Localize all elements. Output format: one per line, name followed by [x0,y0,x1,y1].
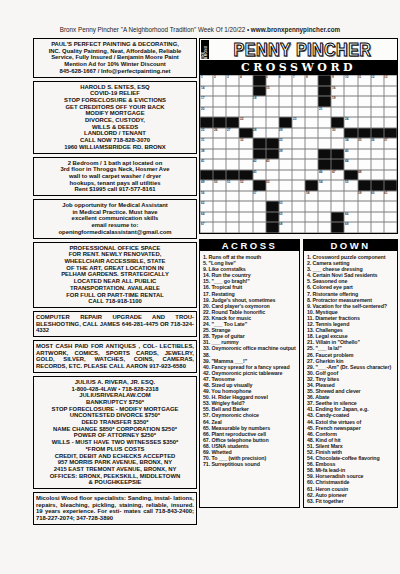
grid-cell[interactable] [305,159,318,170]
grid-cell[interactable]: 48 [358,170,371,181]
down-header: DOWN [304,240,397,251]
grid-cell[interactable] [239,201,252,212]
grid-cell[interactable] [371,117,384,128]
grid-cell[interactable] [239,159,252,170]
grid-cell[interactable]: 40 [344,149,357,160]
ad-line: JULIUSRIVERALAW.COM [36,392,194,399]
grid-cell[interactable] [318,201,331,212]
cell-number: 26 [214,128,217,132]
grid-cell[interactable]: 12 [371,75,384,86]
grid-cell[interactable] [226,96,239,107]
grid-cell[interactable] [226,149,239,160]
down-clue: 9. Vacation for the self-centered? [307,303,395,309]
cell-number: 23 [293,117,296,121]
grid-cell[interactable] [371,222,384,233]
grid-cell[interactable] [292,149,305,160]
grid-cell[interactable]: 56 [200,191,213,202]
grid-cell[interactable] [371,159,384,170]
masthead-text: Bronx Penny Pincher "A Neighborhood Trad… [60,26,251,33]
cell-number: 39 [279,149,282,153]
grid-cell[interactable] [384,159,397,170]
page-content: PAUL'S PERFECT PAINTING & DECORATING,INC… [0,38,400,528]
cell-number: 51 [227,180,230,184]
ad-line: 3rd floor in Throggs Neck, Hosmer Ave [36,166,194,173]
black-square [344,170,357,181]
grid-cell[interactable]: 22 [239,117,252,128]
grid-cell[interactable]: 18 [253,96,266,107]
grid-cell[interactable] [344,86,357,97]
grid-cell[interactable] [318,138,331,149]
cell-number: 4 [240,75,242,79]
grid-cell[interactable]: 25 [200,128,213,139]
cell-number: 57 [253,191,256,195]
grid-cell[interactable] [305,149,318,160]
ad-line: PAUL'S PERFECT PAINTING & DECORATING, [36,41,194,48]
grid-cell[interactable] [292,212,305,223]
ad-line: NAME CHANGE $850* CORPORATION $250* [36,426,194,433]
grid-cell[interactable] [213,222,226,233]
grid-cell[interactable]: 47 [331,170,344,181]
black-square [266,149,279,160]
grid-cell[interactable]: 55 [344,180,357,191]
grid-cell[interactable] [358,159,371,170]
cell-number: 8 [306,75,308,79]
cell-number: 58 [306,191,309,195]
grid-cell[interactable]: 33 [279,138,292,149]
cell-number: 21 [319,107,322,111]
grid-cell[interactable]: 27 [226,128,239,139]
grid-cell[interactable] [371,212,384,223]
cell-number: 35 [358,138,361,142]
ad-line: in Medical Practice. Must have [36,209,194,216]
grid-cell[interactable] [226,201,239,212]
cell-number: 17 [201,96,204,100]
down-column: DOWN 1. Crossword puzzle component2. Cam… [303,239,398,508]
grid-cell[interactable]: 30 [331,128,344,139]
black-square [318,159,331,170]
grid-cell[interactable] [239,212,252,223]
grid-cell[interactable] [226,159,239,170]
grid-cell[interactable] [279,96,292,107]
ad-line: openingformedicalassistant@gmail.com [36,229,194,236]
logo-edition-strip: THE BRONX [201,40,209,59]
grid-cell[interactable] [358,149,371,160]
cell-number: 59 [358,191,361,195]
grid-cell[interactable]: 38 [200,149,213,160]
grid-cell[interactable]: 36 [371,138,384,149]
grid-cell[interactable] [266,107,279,118]
grid-cell[interactable]: 58 [305,191,318,202]
classified-ad: PAUL'S PERFECT PAINTING & DECORATING,INC… [33,38,197,78]
grid-cell[interactable] [358,212,371,223]
classified-ad: Micolosi Wood floor specialists: Sanding… [33,492,197,525]
grid-cell[interactable] [331,138,344,149]
ad-line: WILLS - MUST HAVE TWO WITNESSES $350* [36,439,194,446]
grid-cell[interactable]: 2 [213,75,226,86]
grid-cell[interactable] [226,107,239,118]
cell-number: 30 [332,128,335,132]
cell-number: 46 [319,170,322,174]
grid-cell[interactable] [292,159,305,170]
grid-cell[interactable]: 28 [253,128,266,139]
grid-cell[interactable] [305,212,318,223]
masthead-line: Bronx Penny Pincher "A Neighborhood Trad… [0,26,400,33]
ad-line: INC. Quality Painting, Neat, Affordable,… [36,48,194,55]
grid-cell[interactable] [371,107,384,118]
grid-cell[interactable] [279,86,292,97]
penny-pincher-logo: THE BRONX PENNY PINCHER [199,38,398,61]
black-square [266,222,279,233]
ad-line: STOP FORECLOSURE & EVICTIONS [36,97,194,104]
ad-line: Service, Fully Insured / Benjamin Moore … [36,54,194,61]
grid-cell[interactable] [371,149,384,160]
grid-cell[interactable] [305,117,318,128]
grid-cell[interactable] [239,222,252,233]
down-clue: 63. Fit together [307,498,395,504]
grid-cell[interactable] [358,107,371,118]
grid-cell[interactable]: 57 [253,191,266,202]
grid-cell[interactable]: 1 [200,75,213,86]
cell-number: 31 [201,138,204,142]
grid-cell[interactable] [279,107,292,118]
grid-cell[interactable] [292,201,305,212]
grid-cell[interactable] [213,96,226,107]
grid-cell[interactable]: 68 [279,222,292,233]
ad-line: STOP FORECLOSURE - MODIFY MORTGAGE [36,406,194,413]
across-clue: 71. Surreptitious sound [203,461,297,467]
black-square [318,149,331,160]
cell-number: 48 [358,170,361,174]
grid-cell[interactable] [371,96,384,107]
grid-cell[interactable] [279,180,292,191]
grid-cell[interactable] [213,107,226,118]
grid-cell[interactable] [384,86,397,97]
classified-ad: COMPUTER REPAIR UPGRADE AND TROU- BLESHO… [33,311,197,337]
grid-cell[interactable] [292,86,305,97]
ad-line: PELHAM GARDENS. STRATEGICALLY [36,271,194,278]
grid-cell[interactable]: 21 [318,107,331,118]
grid-cell[interactable] [331,191,344,202]
grid-cell[interactable] [318,222,331,233]
ad-line: 845-628-1667 / Info@perfectpainting.net [36,68,194,75]
cell-number: 53 [266,180,269,184]
cell-number: 62 [201,201,204,205]
black-square [331,159,344,170]
grid-cell[interactable] [305,201,318,212]
cell-number: 63 [279,201,282,205]
grid-cell[interactable] [292,222,305,233]
cell-number: 5 [266,75,268,79]
grid-cell[interactable] [266,128,279,139]
cell-number: 40 [345,149,348,153]
ad-line: & POUGHKEEPSIE [36,479,194,486]
cell-number: 36 [371,138,374,142]
cell-number: 49 [201,180,204,184]
grid-cell[interactable]: 50 [213,180,226,191]
cell-number: 69 [345,222,348,226]
black-square [279,117,292,128]
grid-cell[interactable] [305,96,318,107]
grid-cell[interactable] [358,86,371,97]
grid-cell[interactable] [253,117,266,128]
black-square [253,180,266,191]
grid-cell[interactable]: 13 [384,75,397,86]
black-square [266,138,279,149]
black-square [371,128,384,139]
grid-cell[interactable]: 37 [384,138,397,149]
grid-cell[interactable]: 64 [200,212,213,223]
grid-cell[interactable] [371,86,384,97]
black-square [331,222,344,233]
grid-cell[interactable] [213,201,226,212]
cell-number: 28 [253,128,256,132]
ad-line: OFFICES: BRONX, PEEKSKILL, MIDDLETOWN [36,473,194,480]
grid-cell[interactable]: 10 [344,75,357,86]
grid-cell[interactable] [305,138,318,149]
grid-cell[interactable]: 46 [318,170,331,181]
grid-cell[interactable] [384,170,397,181]
grid-cell[interactable]: 16 [331,86,344,97]
ad-line: COMPUTER REPAIR UPGRADE AND TROU- BLESHO… [36,314,194,334]
grid-cell[interactable]: 66 [344,212,357,223]
classified-ad: JULIUS A. RIVERA, JR. ESQ.1-800-428-4LAW… [33,376,197,489]
grid-cell[interactable]: 14 [200,86,213,97]
grid-cell[interactable] [384,212,397,223]
grid-cell[interactable] [292,138,305,149]
grid-cell[interactable] [213,149,226,160]
grid-cell[interactable]: 45 [253,170,266,181]
grid-cell[interactable] [331,201,344,212]
grid-cell[interactable] [358,201,371,212]
grid-cell[interactable] [213,212,226,223]
ad-line: MODIFY MORTGAGE [36,110,194,117]
grid-cell[interactable] [344,96,357,107]
grid-cell[interactable]: 15 [266,86,279,97]
grid-cell[interactable]: 20 [200,107,213,118]
grid-cell[interactable] [344,201,357,212]
ad-line: 2415 EAST TREMONT AVENUE, BRONX, NY [36,466,194,473]
grid-cell[interactable]: 52 [239,180,252,191]
black-square [331,117,344,128]
grid-cell[interactable] [305,170,318,181]
grid-cell[interactable]: 23 [292,117,305,128]
cell-number: 16 [332,86,335,90]
grid-cell[interactable]: 32 [239,138,252,149]
grid-cell[interactable]: 65 [279,212,292,223]
cell-number: 3 [227,75,229,79]
grid-cell[interactable] [384,201,397,212]
ad-line: HAROLD S. ENTES, ESQ [36,84,194,91]
grid-cell[interactable] [253,107,266,118]
crossword-column: THE BRONX PENNY PINCHER CROSSWORD 123456… [199,38,398,528]
ad-line: COVID-19 RELIEF [36,90,194,97]
crossword-grid: 1234567891011121314151617181920212223242… [199,74,398,234]
ad-line: *FROM PLUS COSTS [36,446,194,453]
across-column: ACROSS 1. Runs off at the mouth5. "Long … [199,239,300,508]
cell-number: 50 [214,180,217,184]
cell-number: 29 [279,128,282,132]
grid-cell[interactable] [266,170,279,181]
black-square [266,212,279,223]
grid-cell[interactable]: 49 [200,180,213,191]
grid-cell[interactable] [358,222,371,233]
black-square [200,117,213,128]
grid-cell[interactable] [384,96,397,107]
cell-number: 13 [384,75,387,79]
black-square [318,75,331,86]
grid-cell[interactable] [292,170,305,181]
grid-cell[interactable]: 4 [239,75,252,86]
cell-number: 60 [371,191,374,195]
grid-cell[interactable] [292,191,305,202]
grid-cell[interactable] [239,191,252,202]
grid-cell[interactable]: 24 [344,117,357,128]
cell-number: 61 [384,191,387,195]
grid-cell[interactable]: 26 [213,128,226,139]
grid-cell[interactable] [279,191,292,202]
black-square [371,180,384,191]
grid-cell[interactable] [292,180,305,191]
grid-cell[interactable]: 11 [358,75,371,86]
grid-cell[interactable] [213,138,226,149]
grid-cell[interactable]: 61 [384,191,397,202]
grid-cell[interactable] [358,117,371,128]
cell-number: 32 [240,138,243,142]
grid-cell[interactable]: 59 [358,191,371,202]
grid-cell[interactable] [253,201,266,212]
grid-cell[interactable]: 34 [344,138,357,149]
cell-number: 54 [319,180,322,184]
cell-number: 19 [332,96,335,100]
grid-cell[interactable] [239,86,252,97]
grid-cell[interactable]: 51 [226,180,239,191]
grid-cell[interactable] [344,191,357,202]
black-square [384,180,397,191]
grid-cell[interactable] [318,212,331,223]
black-square [213,117,226,128]
grid-cell[interactable] [266,96,279,107]
cell-number: 52 [240,180,243,184]
across-clue-list: 1. Runs off at the mouth5. "Long live"9.… [200,251,299,470]
ad-line: FOR RENT. NEWLY RENOVATED, [36,251,194,258]
grid-cell[interactable]: 63 [279,201,292,212]
cell-number: 25 [201,128,204,132]
cell-number: 9 [332,75,334,79]
ad-line: 1-800-428-4LAW • 718-828-2318 [36,386,194,393]
grid-cell[interactable] [384,222,397,233]
grid-cell[interactable]: 67 [200,222,213,233]
black-square [358,128,371,139]
grid-cell[interactable] [371,201,384,212]
grid-cell[interactable] [213,159,226,170]
ad-line: Mention Ad for 10% Winter Discount [36,61,194,68]
grid-cell[interactable] [384,149,397,160]
grid-cell[interactable] [358,96,371,107]
grid-cell[interactable]: 31 [200,138,213,149]
grid-cell[interactable] [292,96,305,107]
grid-cell[interactable] [344,107,357,118]
grid-cell[interactable]: 44 [344,159,357,170]
grid-cell[interactable] [266,191,279,202]
black-square [239,128,252,139]
grid-cell[interactable]: 8 [305,75,318,86]
grid-cell[interactable] [318,128,331,139]
grid-cell[interactable] [213,86,226,97]
ad-line: TRANSPORTATION. AVAILABLE [36,285,194,292]
grid-cell[interactable] [292,128,305,139]
ad-line: POWER OF ATTORNEY $250* [36,432,194,439]
grid-cell[interactable] [239,96,252,107]
grid-cell[interactable]: 54 [318,180,331,191]
grid-cell[interactable] [279,170,292,181]
grid-cell[interactable] [318,191,331,202]
grid-cell[interactable] [305,86,318,97]
grid-cell[interactable]: 62 [200,201,213,212]
ad-line: MOST CASH PAID FOR ANTIQUES , COL- LECTI… [36,343,194,370]
grid-cell[interactable]: 9 [331,75,344,86]
grid-cell[interactable] [253,212,266,223]
grid-cell[interactable] [331,107,344,118]
cell-number: 18 [253,96,256,100]
grid-cell[interactable]: 17 [200,96,213,107]
grid-cell[interactable] [305,222,318,233]
grid-cell[interactable] [226,212,239,223]
grid-cell[interactable]: 5 [266,75,279,86]
clues-section: ACROSS 1. Runs off at the mouth5. "Long … [199,239,398,508]
grid-cell[interactable] [305,107,318,118]
grid-cell[interactable]: 69 [344,222,357,233]
ad-line: BANKRUPTCY $750* [36,399,194,406]
grid-cell[interactable] [266,117,279,128]
grid-cell[interactable]: 7 [292,75,305,86]
grid-cell[interactable]: 39 [279,149,292,160]
grid-cell[interactable] [279,159,292,170]
ad-line: 2 Bedroom / 1 bath apt located on [36,160,194,167]
grid-cell[interactable]: 35 [358,138,371,149]
grid-cell[interactable]: 3 [226,75,239,86]
grid-cell[interactable] [213,191,226,202]
grid-cell[interactable] [226,138,239,149]
grid-cell[interactable] [384,107,397,118]
grid-cell[interactable]: 41 [200,159,213,170]
grid-cell[interactable] [226,86,239,97]
grid-cell[interactable] [239,149,252,160]
cell-number: 20 [201,107,204,111]
grid-cell[interactable] [292,107,305,118]
grid-cell[interactable]: 53 [266,180,279,191]
cell-number: 24 [345,117,348,121]
grid-cell[interactable] [318,117,331,128]
ad-line: CREDIT, DEBIT AND ECHECKS ACCEPTED [36,453,194,460]
grid-cell[interactable]: 43 [266,159,279,170]
grid-cell[interactable]: 6 [279,75,292,86]
grid-cell[interactable] [305,128,318,139]
grid-cell[interactable]: 42 [253,159,266,170]
ad-line: 957 MORRIS PARK AVENUE, BRONX, NY [36,459,194,466]
grid-cell[interactable] [384,117,397,128]
grid-cell[interactable] [331,180,344,191]
ad-line: CALL NOW 718-828-3070 [36,137,194,144]
grid-cell[interactable]: 60 [371,191,384,202]
grid-cell[interactable]: 29 [279,128,292,139]
logo-title: PENNY PINCHER [209,38,396,60]
grid-cell[interactable] [226,191,239,202]
grid-cell[interactable] [239,107,252,118]
grid-cell[interactable] [226,222,239,233]
grid-cell[interactable]: 19 [331,96,344,107]
grid-cell[interactable] [371,170,384,181]
grid-cell[interactable] [253,222,266,233]
